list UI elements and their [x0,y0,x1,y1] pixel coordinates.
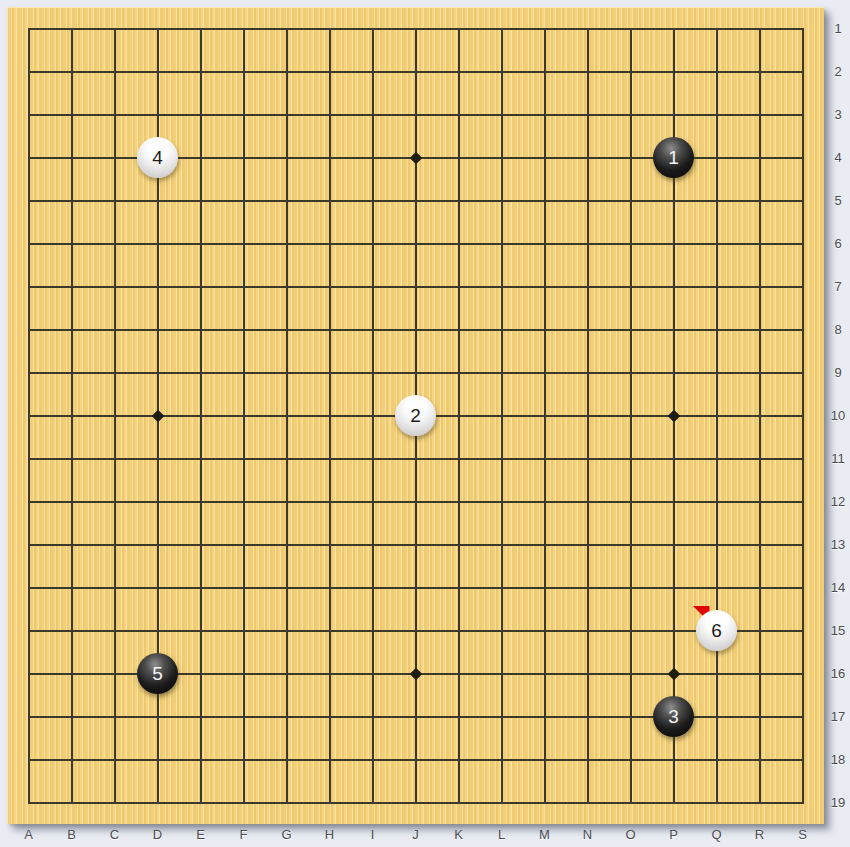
row-label: 19 [828,795,848,810]
column-label: Q [707,827,727,842]
column-label: R [750,827,770,842]
column-label: C [105,827,125,842]
column-label: E [191,827,211,842]
column-label: A [19,827,39,842]
column-label: K [449,827,469,842]
row-label: 10 [828,408,848,423]
move-number: 5 [152,664,163,683]
star-point [151,409,164,422]
stone-black[interactable]: 3 [653,696,694,737]
stone-white[interactable]: 4 [137,137,178,178]
move-number: 1 [668,148,679,167]
row-label: 1 [828,21,848,36]
column-label: B [62,827,82,842]
row-label: 8 [828,322,848,337]
stone-white[interactable]: 6 [696,610,737,651]
row-label: 5 [828,193,848,208]
row-label: 7 [828,279,848,294]
goban-view: 123456 ABCDEFGHIJKLMNOPQRS 1234567891011… [0,0,850,847]
move-number: 2 [410,406,421,425]
column-label: O [621,827,641,842]
star-point [667,409,680,422]
row-label: 13 [828,537,848,552]
row-label: 2 [828,64,848,79]
board-overlay: 123456 [7,7,824,824]
move-number: 6 [711,621,722,640]
row-label: 16 [828,666,848,681]
column-label: J [406,827,426,842]
row-label: 14 [828,580,848,595]
stone-black[interactable]: 5 [137,653,178,694]
stone-black[interactable]: 1 [653,137,694,178]
column-label: G [277,827,297,842]
column-label: N [578,827,598,842]
row-label: 3 [828,107,848,122]
column-label: L [492,827,512,842]
row-label: 18 [828,752,848,767]
row-label: 12 [828,494,848,509]
column-label: P [664,827,684,842]
row-label: 4 [828,150,848,165]
column-label: I [363,827,383,842]
column-label: H [320,827,340,842]
column-label: F [234,827,254,842]
row-label: 11 [828,451,848,466]
star-point [409,151,422,164]
column-label: S [793,827,813,842]
move-number: 4 [152,148,163,167]
star-point [409,667,422,680]
row-label: 6 [828,236,848,251]
row-label: 15 [828,623,848,638]
stone-white[interactable]: 2 [395,395,436,436]
go-board: 123456 [7,7,824,824]
move-number: 3 [668,707,679,726]
row-label: 9 [828,365,848,380]
column-label: D [148,827,168,842]
column-label: M [535,827,555,842]
star-point [667,667,680,680]
row-label: 17 [828,709,848,724]
